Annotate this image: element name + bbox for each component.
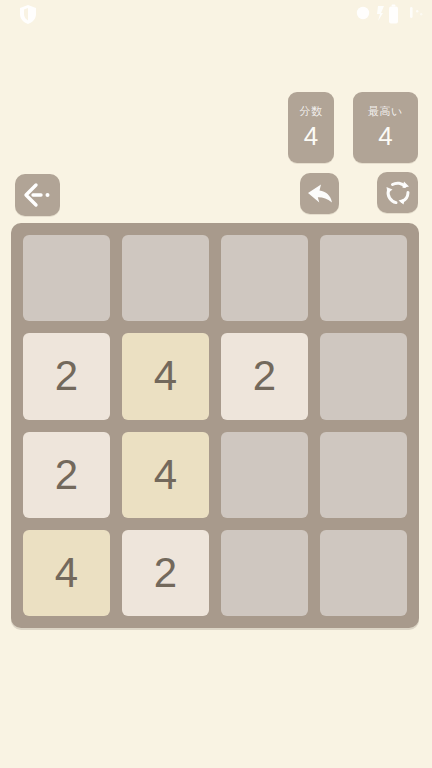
clock-icon: [408, 6, 426, 20]
empty-cell: [221, 432, 308, 518]
empty-cell: [320, 333, 407, 419]
status-bar: [0, 0, 432, 26]
score-box: 分数 4: [288, 92, 334, 163]
empty-cell: [320, 432, 407, 518]
score-value: 4: [304, 121, 318, 151]
undo-button[interactable]: [300, 173, 339, 214]
tile-2: 2: [221, 333, 308, 419]
tile-4: 4: [23, 530, 110, 616]
dot-icon: [356, 6, 370, 20]
back-arrow-icon: [21, 182, 54, 208]
board-grid[interactable]: 2422442: [11, 223, 419, 628]
empty-cell: [221, 530, 308, 616]
empty-cell: [320, 530, 407, 616]
battery-icon: [388, 4, 399, 24]
shield-icon: [19, 4, 37, 25]
empty-cell: [122, 235, 209, 321]
empty-cell: [221, 235, 308, 321]
score-label: 分数: [300, 104, 323, 118]
best-score-value: 4: [378, 121, 392, 151]
restart-circular-arrows-icon: [384, 179, 412, 207]
tile-2: 2: [23, 333, 110, 419]
best-score-box: 最高い 4: [353, 92, 418, 163]
back-button[interactable]: [15, 174, 60, 216]
undo-arrow-icon: [306, 182, 334, 206]
best-score-label: 最高い: [368, 104, 403, 118]
tile-4: 4: [122, 432, 209, 518]
empty-cell: [320, 235, 407, 321]
empty-cell: [23, 235, 110, 321]
tile-4: 4: [122, 333, 209, 419]
tile-2: 2: [23, 432, 110, 518]
signal-icon: [376, 5, 386, 22]
restart-button[interactable]: [377, 172, 418, 213]
tile-2: 2: [122, 530, 209, 616]
